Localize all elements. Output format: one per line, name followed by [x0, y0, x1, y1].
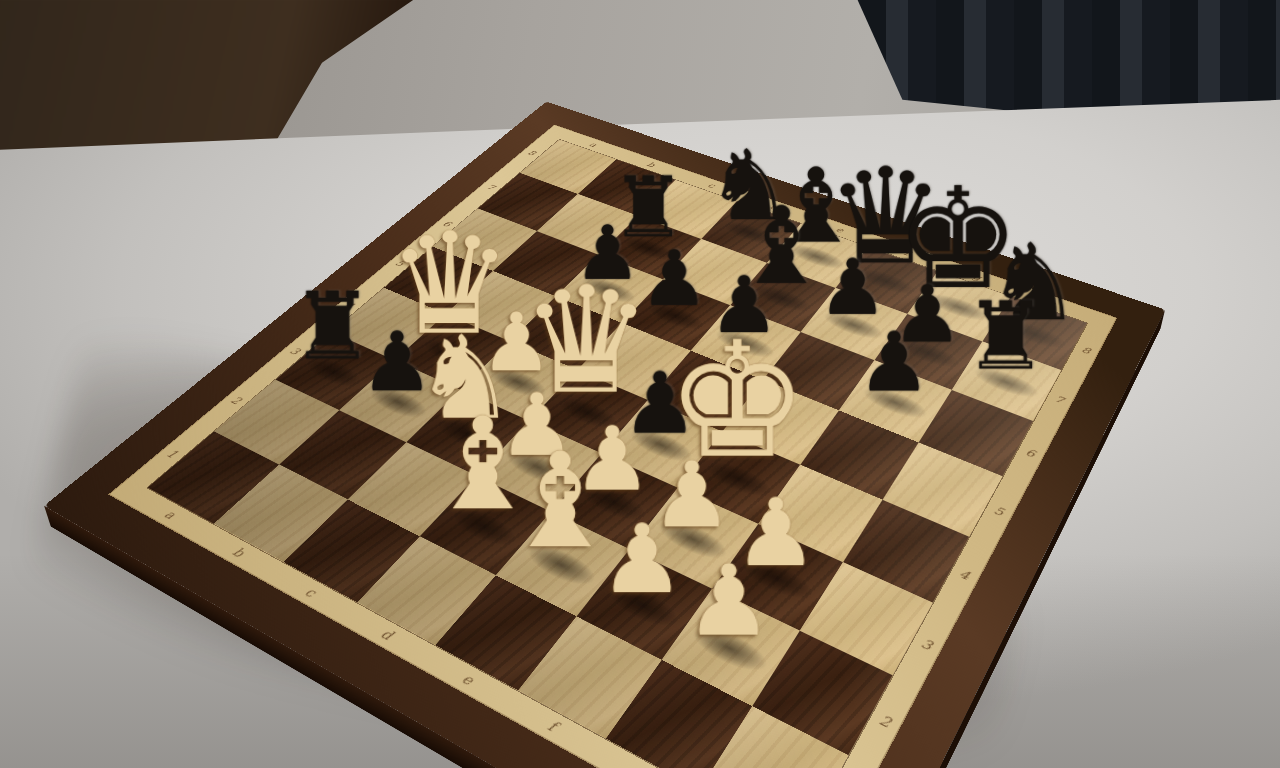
board-grid: ♞♝♛♚♞♜♝♟♟♜♟♟♟♟♛♟♛♟♚♜♟♞♟♟♟♟♝♝♟♟ [148, 140, 1087, 768]
rank-label-2: 2 [877, 712, 894, 731]
rank-label-1: 1 [163, 447, 181, 460]
file-label-a: a [161, 507, 179, 521]
rank-label-4: 4 [957, 567, 972, 583]
file-label-f: f [544, 717, 560, 734]
scene: abcdefgh abcdefgh 87654321 87654321 ♞♝♛♚… [0, 0, 1280, 768]
chess-board: abcdefgh abcdefgh 87654321 87654321 ♞♝♛♚… [44, 102, 1165, 768]
file-label-b: b [229, 545, 248, 560]
rank-label-8: 8 [526, 149, 538, 157]
rank-label-8: 8 [1080, 345, 1092, 356]
piece-white-pawn[interactable]: ♟ [645, 551, 813, 649]
file-label-e: e [459, 670, 478, 688]
rank-label-6: 6 [1024, 446, 1038, 459]
file-label-c: c [302, 584, 320, 600]
file-label-d: d [377, 626, 396, 643]
rank-label-2: 2 [228, 394, 245, 406]
rank-label-7: 7 [1053, 394, 1066, 406]
piece-black-pawn[interactable]: ♟ [824, 321, 964, 403]
rank-label-5: 5 [992, 504, 1006, 518]
coordinate-border: abcdefgh abcdefgh 87654321 87654321 ♞♝♛♚… [108, 125, 1117, 768]
rank-label-7: 7 [484, 183, 497, 191]
rank-label-3: 3 [919, 636, 935, 653]
file-label-a: a [587, 141, 599, 149]
board-scene: abcdefgh abcdefgh 87654321 87654321 ♞♝♛♚… [0, 0, 1280, 768]
